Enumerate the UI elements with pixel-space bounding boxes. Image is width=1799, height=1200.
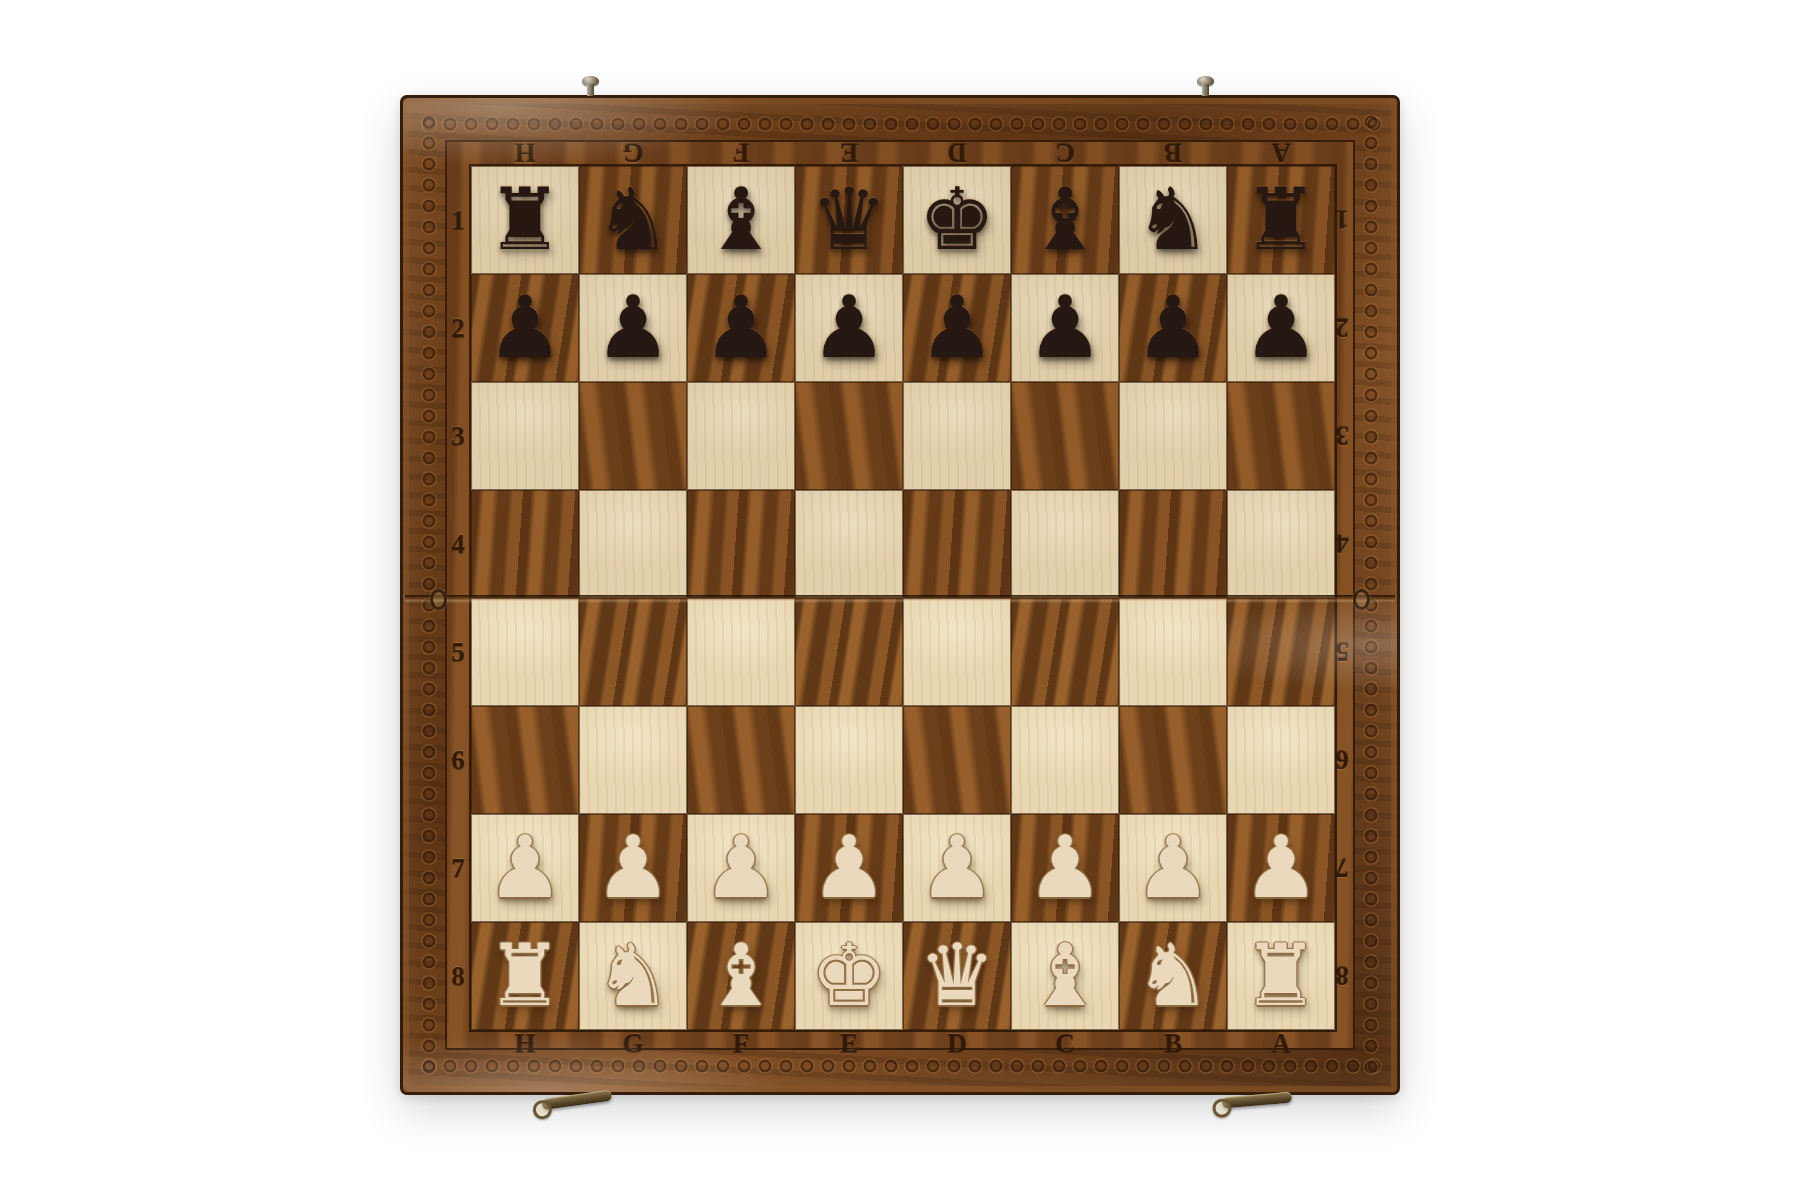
hinge-knob-icon bbox=[582, 76, 599, 97]
piece-light-bishop[interactable]: ♝ bbox=[687, 922, 795, 1030]
piece-light-pawn[interactable]: ♟ bbox=[579, 814, 687, 922]
square-f6[interactable] bbox=[687, 706, 795, 814]
square-d7[interactable]: ♟ bbox=[903, 814, 1011, 922]
square-f1[interactable]: ♝ bbox=[687, 166, 795, 274]
piece-light-pawn[interactable]: ♟ bbox=[471, 814, 579, 922]
file-label-bottom-c: C bbox=[1011, 1031, 1119, 1055]
rank-label-left-1: 1 bbox=[446, 166, 470, 274]
rank-label-left-5: 5 bbox=[446, 598, 470, 706]
square-e4[interactable] bbox=[795, 490, 903, 598]
piece-light-pawn[interactable]: ♟ bbox=[1011, 814, 1119, 922]
square-e3[interactable] bbox=[795, 382, 903, 490]
piece-dark-knight[interactable]: ♞ bbox=[1119, 166, 1227, 274]
piece-light-pawn[interactable]: ♟ bbox=[1227, 814, 1335, 922]
square-b6[interactable] bbox=[1119, 706, 1227, 814]
square-b4[interactable] bbox=[1119, 490, 1227, 598]
piece-dark-rook[interactable]: ♜ bbox=[1227, 166, 1335, 274]
square-c4[interactable] bbox=[1011, 490, 1119, 598]
square-c8[interactable]: ♝ bbox=[1011, 922, 1119, 1030]
piece-dark-rook[interactable]: ♜ bbox=[471, 166, 579, 274]
square-d5[interactable] bbox=[903, 598, 1011, 706]
piece-dark-queen[interactable]: ♛ bbox=[795, 166, 903, 274]
file-label-bottom-g: G bbox=[579, 1031, 687, 1055]
square-e5[interactable] bbox=[795, 598, 903, 706]
square-g4[interactable] bbox=[579, 490, 687, 598]
file-label-bottom-e: E bbox=[795, 1031, 903, 1055]
square-d6[interactable] bbox=[903, 706, 1011, 814]
square-f4[interactable] bbox=[687, 490, 795, 598]
square-a8[interactable]: ♜ bbox=[1227, 922, 1335, 1030]
fold-hinge-icon bbox=[1353, 589, 1370, 610]
square-d3[interactable] bbox=[903, 382, 1011, 490]
file-label-top-a: A bbox=[1227, 141, 1335, 165]
file-label-bottom-h: H bbox=[471, 1031, 579, 1055]
file-label-top-g: G bbox=[579, 141, 687, 165]
piece-dark-bishop[interactable]: ♝ bbox=[687, 166, 795, 274]
square-g5[interactable] bbox=[579, 598, 687, 706]
square-e2[interactable]: ♟ bbox=[795, 274, 903, 382]
square-a1[interactable]: ♜ bbox=[1227, 166, 1335, 274]
piece-light-pawn[interactable]: ♟ bbox=[903, 814, 1011, 922]
piece-dark-knight[interactable]: ♞ bbox=[579, 166, 687, 274]
square-a6[interactable] bbox=[1227, 706, 1335, 814]
square-a5[interactable] bbox=[1227, 598, 1335, 706]
piece-light-knight[interactable]: ♞ bbox=[579, 922, 687, 1030]
square-d1[interactable]: ♚ bbox=[903, 166, 1011, 274]
file-label-bottom-f: F bbox=[687, 1031, 795, 1055]
square-b8[interactable]: ♞ bbox=[1119, 922, 1227, 1030]
square-c5[interactable] bbox=[1011, 598, 1119, 706]
square-b7[interactable]: ♟ bbox=[1119, 814, 1227, 922]
square-c6[interactable] bbox=[1011, 706, 1119, 814]
square-e6[interactable] bbox=[795, 706, 903, 814]
file-label-top-b: B bbox=[1119, 141, 1227, 165]
square-d4[interactable] bbox=[903, 490, 1011, 598]
square-g2[interactable]: ♟ bbox=[579, 274, 687, 382]
carved-rope-border-top bbox=[417, 111, 1383, 137]
square-c3[interactable] bbox=[1011, 382, 1119, 490]
piece-dark-pawn[interactable]: ♟ bbox=[687, 274, 795, 382]
file-label-bottom-a: A bbox=[1227, 1031, 1335, 1055]
square-a4[interactable] bbox=[1227, 490, 1335, 598]
square-e1[interactable]: ♛ bbox=[795, 166, 903, 274]
square-f8[interactable]: ♝ bbox=[687, 922, 795, 1030]
rank-label-left-7: 7 bbox=[446, 814, 470, 922]
square-h1[interactable]: ♜ bbox=[471, 166, 579, 274]
square-b5[interactable] bbox=[1119, 598, 1227, 706]
piece-dark-pawn[interactable]: ♟ bbox=[579, 274, 687, 382]
piece-dark-pawn[interactable]: ♟ bbox=[1227, 274, 1335, 382]
square-h5[interactable] bbox=[471, 598, 579, 706]
file-label-top-e: E bbox=[795, 141, 903, 165]
rank-label-left-2: 2 bbox=[446, 274, 470, 382]
square-c2[interactable]: ♟ bbox=[1011, 274, 1119, 382]
square-e7[interactable]: ♟ bbox=[795, 814, 903, 922]
square-g6[interactable] bbox=[579, 706, 687, 814]
piece-dark-pawn[interactable]: ♟ bbox=[1119, 274, 1227, 382]
piece-light-knight[interactable]: ♞ bbox=[1119, 922, 1227, 1030]
square-b2[interactable]: ♟ bbox=[1119, 274, 1227, 382]
piece-light-rook[interactable]: ♜ bbox=[471, 922, 579, 1030]
piece-dark-pawn[interactable]: ♟ bbox=[903, 274, 1011, 382]
square-e8[interactable]: ♚ bbox=[795, 922, 903, 1030]
rank-label-left-8: 8 bbox=[446, 922, 470, 1030]
square-f3[interactable] bbox=[687, 382, 795, 490]
piece-dark-pawn[interactable]: ♟ bbox=[471, 274, 579, 382]
square-a3[interactable] bbox=[1227, 382, 1335, 490]
square-h6[interactable] bbox=[471, 706, 579, 814]
fold-seam bbox=[405, 595, 1395, 601]
piece-light-queen[interactable]: ♛ bbox=[903, 922, 1011, 1030]
square-f7[interactable]: ♟ bbox=[687, 814, 795, 922]
square-f5[interactable] bbox=[687, 598, 795, 706]
square-h2[interactable]: ♟ bbox=[471, 274, 579, 382]
square-d2[interactable]: ♟ bbox=[903, 274, 1011, 382]
piece-dark-pawn[interactable]: ♟ bbox=[1011, 274, 1119, 382]
file-label-bottom-b: B bbox=[1119, 1031, 1227, 1055]
piece-light-pawn[interactable]: ♟ bbox=[1119, 814, 1227, 922]
square-b1[interactable]: ♞ bbox=[1119, 166, 1227, 274]
rank-label-left-6: 6 bbox=[446, 706, 470, 814]
file-labels-top: HGFEDCBA bbox=[471, 141, 1335, 165]
piece-light-pawn[interactable]: ♟ bbox=[795, 814, 903, 922]
square-g7[interactable]: ♟ bbox=[579, 814, 687, 922]
piece-dark-bishop[interactable]: ♝ bbox=[1011, 166, 1119, 274]
square-f2[interactable]: ♟ bbox=[687, 274, 795, 382]
square-h3[interactable] bbox=[471, 382, 579, 490]
square-g8[interactable]: ♞ bbox=[579, 922, 687, 1030]
file-label-bottom-d: D bbox=[903, 1031, 1011, 1055]
square-h7[interactable]: ♟ bbox=[471, 814, 579, 922]
file-label-top-d: D bbox=[903, 141, 1011, 165]
rank-label-left-3: 3 bbox=[446, 382, 470, 490]
chess-board: HGFEDCBA HGFEDCBA 12345678 12345678 ♜♞♝♛… bbox=[400, 95, 1400, 1095]
piece-light-rook[interactable]: ♜ bbox=[1227, 922, 1335, 1030]
square-c1[interactable]: ♝ bbox=[1011, 166, 1119, 274]
hinge-knob-icon bbox=[1197, 76, 1214, 97]
square-d8[interactable]: ♛ bbox=[903, 922, 1011, 1030]
square-g3[interactable] bbox=[579, 382, 687, 490]
board-frame: HGFEDCBA HGFEDCBA 12345678 12345678 ♜♞♝♛… bbox=[400, 95, 1400, 1095]
square-h4[interactable] bbox=[471, 490, 579, 598]
square-c7[interactable]: ♟ bbox=[1011, 814, 1119, 922]
piece-dark-pawn[interactable]: ♟ bbox=[795, 274, 903, 382]
file-label-top-c: C bbox=[1011, 141, 1119, 165]
square-b3[interactable] bbox=[1119, 382, 1227, 490]
rank-label-left-4: 4 bbox=[446, 490, 470, 598]
square-a2[interactable]: ♟ bbox=[1227, 274, 1335, 382]
square-a7[interactable]: ♟ bbox=[1227, 814, 1335, 922]
file-labels-bottom: HGFEDCBA bbox=[471, 1031, 1335, 1055]
piece-light-king[interactable]: ♚ bbox=[795, 922, 903, 1030]
file-label-top-f: F bbox=[687, 141, 795, 165]
piece-light-bishop[interactable]: ♝ bbox=[1011, 922, 1119, 1030]
piece-dark-king[interactable]: ♚ bbox=[903, 166, 1011, 274]
file-label-top-h: H bbox=[471, 141, 579, 165]
fold-hinge-icon bbox=[430, 589, 447, 610]
square-g1[interactable]: ♞ bbox=[579, 166, 687, 274]
piece-light-pawn[interactable]: ♟ bbox=[687, 814, 795, 922]
carved-rope-border-bottom bbox=[417, 1053, 1383, 1079]
square-h8[interactable]: ♜ bbox=[471, 922, 579, 1030]
